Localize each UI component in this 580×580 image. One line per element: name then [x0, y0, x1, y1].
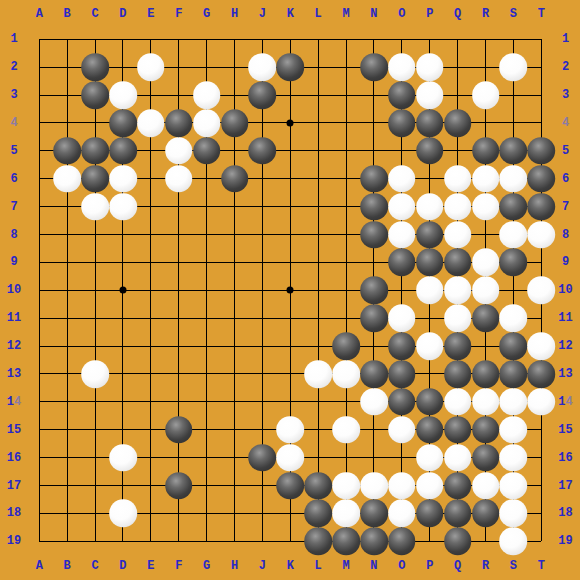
black-stone	[221, 165, 249, 193]
column-label-bottom: P	[426, 560, 433, 572]
black-stone	[444, 472, 472, 500]
white-stone	[137, 53, 165, 81]
black-stone	[81, 53, 109, 81]
white-stone	[444, 221, 472, 249]
coordinate-char: N	[370, 559, 377, 573]
black-stone	[332, 528, 360, 556]
white-stone	[388, 165, 416, 193]
white-stone	[109, 165, 137, 193]
white-stone	[444, 277, 472, 305]
white-stone	[332, 472, 360, 500]
row-label-left: 12	[7, 340, 21, 352]
coordinate-char: 2	[562, 60, 569, 74]
black-stone	[360, 528, 388, 556]
column-label-top: S	[510, 8, 517, 20]
column-label-top: N	[370, 8, 377, 20]
row-label-right: 9	[562, 256, 569, 268]
black-stone	[221, 109, 249, 137]
black-stone	[472, 304, 500, 332]
column-label-bottom: L	[315, 560, 322, 572]
column-label-top: M	[342, 8, 349, 20]
coordinate-char: S	[510, 7, 517, 21]
white-stone	[472, 81, 500, 109]
white-stone	[472, 165, 500, 193]
column-label-top: F	[175, 8, 182, 20]
black-stone	[360, 304, 388, 332]
coordinate-char: Q	[454, 559, 461, 573]
coordinate-char: 7	[562, 200, 569, 214]
column-label-top: P	[426, 8, 433, 20]
white-stone	[388, 221, 416, 249]
row-label-right: 13	[558, 368, 572, 380]
row-label-left: 11	[7, 312, 21, 324]
black-stone	[472, 360, 500, 388]
row-label-left: 19	[7, 535, 21, 547]
white-stone	[528, 221, 556, 249]
coordinate-char: C	[91, 559, 98, 573]
white-stone	[500, 500, 528, 528]
white-stone	[444, 165, 472, 193]
coordinate-char: O	[398, 559, 405, 573]
coordinate-char: 9	[10, 255, 17, 269]
grid-line-vertical	[318, 39, 319, 541]
coordinate-char: 5	[14, 423, 21, 437]
black-stone	[165, 472, 193, 500]
column-label-bottom: S	[510, 560, 517, 572]
white-stone	[416, 277, 444, 305]
white-stone	[165, 137, 193, 165]
white-stone	[388, 500, 416, 528]
row-label-left: 1	[10, 33, 17, 45]
black-stone	[277, 472, 305, 500]
black-stone	[416, 249, 444, 277]
column-label-top: C	[91, 8, 98, 20]
coordinate-char: N	[370, 7, 377, 21]
row-label-right: 2	[562, 61, 569, 73]
white-stone	[444, 193, 472, 221]
coordinate-char: 1	[10, 32, 17, 46]
white-stone	[444, 444, 472, 472]
coordinate-char: D	[119, 559, 126, 573]
white-stone	[388, 53, 416, 81]
row-label-right: 4	[562, 117, 569, 129]
black-stone	[444, 416, 472, 444]
black-stone	[304, 500, 332, 528]
coordinate-char: 7	[10, 200, 17, 214]
white-stone	[109, 500, 137, 528]
row-label-left: 2	[10, 61, 17, 73]
coordinate-char: 8	[562, 228, 569, 242]
white-stone	[388, 416, 416, 444]
black-stone	[249, 444, 277, 472]
coordinate-char: 4	[14, 395, 21, 409]
white-stone	[137, 109, 165, 137]
column-label-bottom: J	[259, 560, 266, 572]
grid-line-vertical	[346, 39, 347, 541]
white-stone	[53, 165, 81, 193]
row-label-left: 5	[10, 145, 17, 157]
white-stone	[500, 304, 528, 332]
black-stone	[500, 137, 528, 165]
white-stone	[472, 277, 500, 305]
column-label-bottom: D	[119, 560, 126, 572]
row-label-right: 6	[562, 173, 569, 185]
coordinate-char: 4	[562, 116, 569, 130]
black-stone	[472, 137, 500, 165]
black-stone	[81, 165, 109, 193]
black-stone	[416, 137, 444, 165]
white-stone	[528, 277, 556, 305]
coordinate-char: 3	[566, 367, 573, 381]
row-label-right: 18	[558, 507, 572, 519]
black-stone	[81, 81, 109, 109]
coordinate-char: 7	[14, 479, 21, 493]
coordinate-char: P	[426, 7, 433, 21]
black-stone	[528, 193, 556, 221]
white-stone	[444, 388, 472, 416]
row-label-left: 7	[10, 201, 17, 213]
black-stone	[277, 53, 305, 81]
white-stone	[332, 416, 360, 444]
column-label-top: D	[119, 8, 126, 20]
black-stone	[165, 109, 193, 137]
coordinate-char: 4	[10, 116, 17, 130]
row-label-left: 10	[7, 284, 21, 296]
white-stone	[500, 388, 528, 416]
coordinate-char: G	[203, 559, 210, 573]
row-label-left: 4	[10, 117, 17, 129]
black-stone	[304, 472, 332, 500]
coordinate-char: F	[175, 559, 182, 573]
white-stone	[277, 444, 305, 472]
column-label-bottom: O	[398, 560, 405, 572]
white-stone	[109, 81, 137, 109]
star-point	[287, 119, 294, 126]
white-stone	[500, 53, 528, 81]
black-stone	[332, 332, 360, 360]
white-stone	[388, 193, 416, 221]
black-stone	[444, 528, 472, 556]
column-label-top: A	[36, 8, 43, 20]
coordinate-char: 2	[10, 60, 17, 74]
black-stone	[416, 388, 444, 416]
column-label-top: H	[231, 8, 238, 20]
white-stone	[81, 360, 109, 388]
column-label-top: L	[315, 8, 322, 20]
coordinate-char: 9	[14, 534, 21, 548]
white-stone	[416, 332, 444, 360]
coordinate-char: 3	[14, 367, 21, 381]
column-label-bottom: H	[231, 560, 238, 572]
black-stone	[472, 416, 500, 444]
column-label-top: K	[287, 8, 294, 20]
row-label-right: 15	[558, 424, 572, 436]
coordinate-char: P	[426, 559, 433, 573]
coordinate-char: 5	[566, 423, 573, 437]
coordinate-char: L	[315, 559, 322, 573]
row-label-right: 8	[562, 229, 569, 241]
black-stone	[360, 53, 388, 81]
black-stone	[388, 109, 416, 137]
black-stone	[388, 249, 416, 277]
coordinate-char: T	[538, 559, 545, 573]
black-stone	[360, 193, 388, 221]
column-label-bottom: Q	[454, 560, 461, 572]
column-label-bottom: R	[482, 560, 489, 572]
black-stone	[528, 165, 556, 193]
row-label-left: 18	[7, 507, 21, 519]
coordinate-char: B	[64, 7, 71, 21]
row-label-right: 14	[558, 396, 572, 408]
white-stone	[472, 472, 500, 500]
white-stone	[81, 193, 109, 221]
black-stone	[500, 193, 528, 221]
coordinate-char: 3	[10, 88, 17, 102]
coordinate-char: 6	[566, 451, 573, 465]
coordinate-char: H	[231, 7, 238, 21]
star-point	[119, 287, 126, 294]
white-stone	[444, 304, 472, 332]
black-stone	[388, 388, 416, 416]
coordinate-char: 1	[562, 32, 569, 46]
white-stone	[500, 444, 528, 472]
column-label-top: E	[147, 8, 154, 20]
black-stone	[472, 500, 500, 528]
white-stone	[193, 109, 221, 137]
white-stone	[500, 472, 528, 500]
column-label-top: Q	[454, 8, 461, 20]
coordinate-char: E	[147, 559, 154, 573]
coordinate-char: 5	[562, 144, 569, 158]
white-stone	[388, 472, 416, 500]
coordinate-char: A	[36, 559, 43, 573]
black-stone	[388, 332, 416, 360]
coordinate-char: D	[119, 7, 126, 21]
black-stone	[500, 360, 528, 388]
black-stone	[416, 416, 444, 444]
black-stone	[388, 360, 416, 388]
coordinate-char: K	[287, 559, 294, 573]
black-stone	[360, 277, 388, 305]
coordinate-char: T	[538, 7, 545, 21]
white-stone	[528, 332, 556, 360]
row-label-left: 14	[7, 396, 21, 408]
coordinate-char: H	[231, 559, 238, 573]
white-stone	[416, 472, 444, 500]
white-stone	[360, 388, 388, 416]
black-stone	[444, 249, 472, 277]
coordinate-char: M	[342, 559, 349, 573]
coordinate-char: 3	[562, 88, 569, 102]
column-label-bottom: T	[538, 560, 545, 572]
row-label-left: 16	[7, 452, 21, 464]
coordinate-char: G	[203, 7, 210, 21]
coordinate-char: A	[36, 7, 43, 21]
coordinate-char: F	[175, 7, 182, 21]
white-stone	[528, 388, 556, 416]
column-label-top: G	[203, 8, 210, 20]
column-label-top: T	[538, 8, 545, 20]
black-stone	[416, 500, 444, 528]
white-stone	[500, 221, 528, 249]
coordinate-char: 0	[14, 283, 21, 297]
coordinate-char: 2	[566, 339, 573, 353]
black-stone	[249, 137, 277, 165]
coordinate-char: 0	[566, 283, 573, 297]
white-stone	[500, 416, 528, 444]
coordinate-char: B	[64, 559, 71, 573]
column-label-top: R	[482, 8, 489, 20]
white-stone	[416, 53, 444, 81]
black-stone	[528, 360, 556, 388]
black-stone	[416, 109, 444, 137]
white-stone	[304, 360, 332, 388]
black-stone	[444, 500, 472, 528]
black-stone	[304, 528, 332, 556]
row-label-left: 3	[10, 89, 17, 101]
coordinate-char: R	[482, 559, 489, 573]
column-label-bottom: K	[287, 560, 294, 572]
coordinate-char: 1	[14, 311, 21, 325]
star-point	[287, 287, 294, 294]
coordinate-char: 6	[562, 172, 569, 186]
row-label-left: 13	[7, 368, 21, 380]
white-stone	[416, 81, 444, 109]
row-label-left: 8	[10, 229, 17, 241]
white-stone	[472, 249, 500, 277]
coordinate-char: J	[259, 559, 266, 573]
white-stone	[388, 304, 416, 332]
coordinate-char: 8	[10, 228, 17, 242]
black-stone	[444, 332, 472, 360]
column-label-bottom: G	[203, 560, 210, 572]
row-label-right: 10	[558, 284, 572, 296]
black-stone	[472, 444, 500, 472]
black-stone	[53, 137, 81, 165]
go-app-window: AABBCCDDEEFFGGHHJJKKLLMMNNOOPPQQRRSSTT11…	[0, 0, 580, 580]
black-stone	[165, 416, 193, 444]
black-stone	[500, 249, 528, 277]
row-label-right: 19	[558, 535, 572, 547]
column-label-bottom: M	[342, 560, 349, 572]
black-stone	[109, 137, 137, 165]
coordinate-char: 9	[562, 255, 569, 269]
column-label-bottom: N	[370, 560, 377, 572]
white-stone	[165, 165, 193, 193]
coordinate-char: 6	[10, 172, 17, 186]
black-stone	[360, 165, 388, 193]
coordinate-char: 7	[566, 479, 573, 493]
black-stone	[388, 81, 416, 109]
coordinate-char: R	[482, 7, 489, 21]
coordinate-char: M	[342, 7, 349, 21]
white-stone	[277, 416, 305, 444]
white-stone	[109, 193, 137, 221]
column-label-top: O	[398, 8, 405, 20]
white-stone	[500, 165, 528, 193]
white-stone	[332, 360, 360, 388]
coordinate-char: C	[91, 7, 98, 21]
white-stone	[416, 444, 444, 472]
black-stone	[193, 137, 221, 165]
coordinate-char: 9	[566, 534, 573, 548]
black-stone	[500, 332, 528, 360]
black-stone	[360, 360, 388, 388]
row-label-right: 16	[558, 452, 572, 464]
coordinate-char: S	[510, 559, 517, 573]
column-label-bottom: F	[175, 560, 182, 572]
black-stone	[360, 221, 388, 249]
white-stone	[332, 500, 360, 528]
row-label-left: 9	[10, 256, 17, 268]
white-stone	[360, 472, 388, 500]
coordinate-char: E	[147, 7, 154, 21]
white-stone	[472, 388, 500, 416]
white-stone	[249, 53, 277, 81]
white-stone	[193, 81, 221, 109]
black-stone	[109, 109, 137, 137]
black-stone	[444, 360, 472, 388]
coordinate-char: 2	[14, 339, 21, 353]
coordinate-char: 8	[566, 506, 573, 520]
coordinate-char: 4	[566, 395, 573, 409]
column-label-bottom: A	[36, 560, 43, 572]
coordinate-char: K	[287, 7, 294, 21]
column-label-bottom: C	[91, 560, 98, 572]
white-stone	[472, 193, 500, 221]
row-label-left: 6	[10, 173, 17, 185]
coordinate-char: 8	[14, 506, 21, 520]
coordinate-char: 6	[14, 451, 21, 465]
coordinate-char: L	[315, 7, 322, 21]
go-board[interactable]: AABBCCDDEEFFGGHHJJKKLLMMNNOOPPQQRRSSTT11…	[0, 0, 580, 580]
coordinate-char: O	[398, 7, 405, 21]
black-stone	[249, 81, 277, 109]
row-label-left: 17	[7, 480, 21, 492]
column-label-bottom: B	[64, 560, 71, 572]
row-label-left: 15	[7, 424, 21, 436]
row-label-right: 7	[562, 201, 569, 213]
coordinate-char: Q	[454, 7, 461, 21]
black-stone	[81, 137, 109, 165]
coordinate-char: J	[259, 7, 266, 21]
row-label-right: 5	[562, 145, 569, 157]
column-label-bottom: E	[147, 560, 154, 572]
white-stone	[500, 528, 528, 556]
row-label-right: 1	[562, 33, 569, 45]
white-stone	[109, 444, 137, 472]
black-stone	[528, 137, 556, 165]
row-label-right: 17	[558, 480, 572, 492]
black-stone	[360, 500, 388, 528]
coordinate-char: 5	[10, 144, 17, 158]
row-label-right: 11	[558, 312, 572, 324]
row-label-right: 12	[558, 340, 572, 352]
white-stone	[416, 193, 444, 221]
black-stone	[444, 109, 472, 137]
column-label-top: B	[64, 8, 71, 20]
column-label-top: J	[259, 8, 266, 20]
black-stone	[416, 221, 444, 249]
row-label-right: 3	[562, 89, 569, 101]
coordinate-char: 1	[566, 311, 573, 325]
black-stone	[388, 528, 416, 556]
